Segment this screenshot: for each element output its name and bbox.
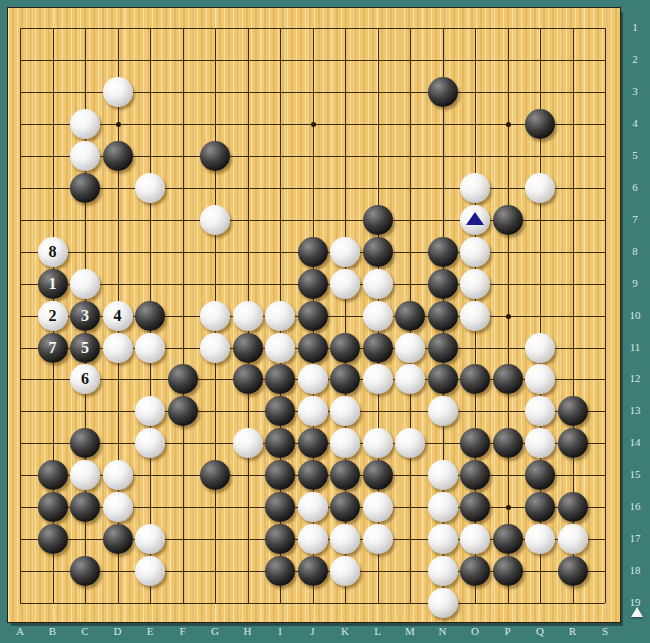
column-label: S <box>597 625 613 637</box>
white-stone[interactable] <box>135 173 165 203</box>
black-stone[interactable] <box>428 269 458 299</box>
row-label: 17 <box>624 532 646 544</box>
row-label: 11 <box>624 341 646 353</box>
black-stone[interactable] <box>298 428 328 458</box>
white-stone[interactable] <box>135 524 165 554</box>
black-stone[interactable] <box>558 396 588 426</box>
black-stone[interactable] <box>460 364 490 394</box>
white-stone[interactable] <box>525 173 555 203</box>
black-stone[interactable] <box>70 556 100 586</box>
white-stone[interactable] <box>298 364 328 394</box>
white-stone[interactable] <box>330 556 360 586</box>
black-stone[interactable] <box>330 460 360 490</box>
move-number-label: 6 <box>70 364 100 394</box>
row-label: 16 <box>624 500 646 512</box>
white-stone[interactable] <box>103 460 133 490</box>
column-label: G <box>207 625 223 637</box>
white-stone[interactable] <box>363 364 393 394</box>
black-stone[interactable] <box>265 428 295 458</box>
white-stone[interactable] <box>460 524 490 554</box>
black-stone[interactable] <box>460 460 490 490</box>
white-stone[interactable] <box>395 333 425 363</box>
move-number-label: 3 <box>70 301 100 331</box>
white-stone[interactable] <box>103 333 133 363</box>
column-label: R <box>565 625 581 637</box>
white-stone[interactable] <box>460 269 490 299</box>
white-stone[interactable]: 8 <box>38 237 68 267</box>
black-stone[interactable] <box>493 364 523 394</box>
white-stone[interactable] <box>298 492 328 522</box>
white-stone[interactable] <box>135 428 165 458</box>
black-stone[interactable] <box>200 460 230 490</box>
white-stone[interactable] <box>525 364 555 394</box>
black-stone[interactable] <box>265 364 295 394</box>
white-stone[interactable] <box>363 269 393 299</box>
black-stone[interactable] <box>168 364 198 394</box>
white-stone[interactable] <box>135 396 165 426</box>
move-number-label: 5 <box>70 333 100 363</box>
grid-line-vertical <box>605 28 606 603</box>
star-point <box>116 122 121 127</box>
black-stone[interactable] <box>265 556 295 586</box>
white-stone[interactable] <box>428 556 458 586</box>
white-stone[interactable]: 2 <box>38 301 68 331</box>
white-stone[interactable] <box>200 301 230 331</box>
column-label: C <box>77 625 93 637</box>
black-stone[interactable] <box>330 364 360 394</box>
black-stone[interactable] <box>298 556 328 586</box>
black-stone[interactable] <box>428 301 458 331</box>
black-stone[interactable] <box>168 396 198 426</box>
black-stone[interactable] <box>558 428 588 458</box>
white-stone[interactable] <box>298 396 328 426</box>
black-stone[interactable]: 5 <box>70 333 100 363</box>
black-stone[interactable] <box>460 492 490 522</box>
black-stone[interactable] <box>363 205 393 235</box>
white-stone[interactable] <box>135 333 165 363</box>
row-label: 14 <box>624 436 646 448</box>
white-stone[interactable] <box>200 333 230 363</box>
column-label: O <box>467 625 483 637</box>
black-stone[interactable] <box>525 492 555 522</box>
white-stone[interactable] <box>428 492 458 522</box>
row-label: 5 <box>624 149 646 161</box>
row-label: 6 <box>624 181 646 193</box>
move-number-label: 4 <box>103 301 133 331</box>
white-stone[interactable] <box>363 301 393 331</box>
white-stone[interactable] <box>525 524 555 554</box>
white-stone[interactable] <box>330 269 360 299</box>
column-label: K <box>337 625 353 637</box>
move-number-label: 2 <box>38 301 68 331</box>
white-stone[interactable] <box>70 460 100 490</box>
black-stone[interactable] <box>70 428 100 458</box>
go-viewer: 81234756 ABCDEFGHIJKLMNOPQRS 12345678910… <box>0 0 650 643</box>
mouse-cursor <box>631 607 643 617</box>
black-stone[interactable] <box>558 556 588 586</box>
black-stone[interactable] <box>428 77 458 107</box>
black-stone[interactable] <box>298 269 328 299</box>
white-stone[interactable] <box>70 141 100 171</box>
black-stone[interactable] <box>200 141 230 171</box>
white-stone[interactable] <box>70 269 100 299</box>
row-label: 8 <box>624 245 646 257</box>
white-stone[interactable] <box>558 524 588 554</box>
white-stone[interactable] <box>395 428 425 458</box>
column-label: N <box>435 625 451 637</box>
row-label: 1 <box>624 21 646 33</box>
black-stone[interactable] <box>233 333 263 363</box>
white-stone[interactable] <box>330 428 360 458</box>
white-stone[interactable] <box>135 556 165 586</box>
black-stone[interactable] <box>103 141 133 171</box>
column-label: P <box>500 625 516 637</box>
column-label: B <box>45 625 61 637</box>
white-stone[interactable] <box>363 428 393 458</box>
white-stone[interactable] <box>428 524 458 554</box>
white-stone[interactable] <box>460 173 490 203</box>
black-stone[interactable] <box>298 237 328 267</box>
black-stone[interactable]: 1 <box>38 269 68 299</box>
white-stone[interactable] <box>460 301 490 331</box>
column-label: M <box>402 625 418 637</box>
triangle-marker-icon <box>466 212 484 225</box>
white-stone[interactable] <box>363 524 393 554</box>
black-stone[interactable] <box>395 301 425 331</box>
white-stone[interactable] <box>525 396 555 426</box>
black-stone[interactable] <box>525 109 555 139</box>
white-stone[interactable] <box>428 588 458 618</box>
black-stone[interactable] <box>135 301 165 331</box>
black-stone[interactable] <box>460 428 490 458</box>
black-stone[interactable] <box>298 460 328 490</box>
white-stone[interactable]: 4 <box>103 301 133 331</box>
star-point <box>311 122 316 127</box>
white-stone[interactable] <box>70 109 100 139</box>
white-stone[interactable] <box>330 524 360 554</box>
black-stone[interactable] <box>70 492 100 522</box>
white-stone[interactable] <box>525 333 555 363</box>
row-label: 9 <box>624 277 646 289</box>
move-number-label: 7 <box>38 333 68 363</box>
white-stone[interactable] <box>330 396 360 426</box>
row-label: 3 <box>624 85 646 97</box>
black-stone[interactable] <box>233 364 263 394</box>
column-label: E <box>142 625 158 637</box>
white-stone[interactable] <box>460 237 490 267</box>
star-point <box>506 122 511 127</box>
black-stone[interactable] <box>330 333 360 363</box>
row-label: 15 <box>624 468 646 480</box>
black-stone[interactable] <box>265 492 295 522</box>
black-stone[interactable] <box>493 524 523 554</box>
row-label: 18 <box>624 564 646 576</box>
white-stone[interactable] <box>233 428 263 458</box>
black-stone[interactable] <box>38 460 68 490</box>
grid-line-horizontal <box>20 603 605 604</box>
star-point <box>506 314 511 319</box>
black-stone[interactable] <box>363 333 393 363</box>
row-label: 10 <box>624 309 646 321</box>
black-stone[interactable] <box>493 205 523 235</box>
black-stone[interactable] <box>298 301 328 331</box>
white-stone[interactable] <box>428 460 458 490</box>
black-stone[interactable] <box>460 556 490 586</box>
black-stone[interactable] <box>428 364 458 394</box>
black-stone[interactable] <box>70 173 100 203</box>
white-stone[interactable] <box>363 492 393 522</box>
row-label: 12 <box>624 372 646 384</box>
column-label: Q <box>532 625 548 637</box>
column-label: I <box>272 625 288 637</box>
black-stone[interactable] <box>493 428 523 458</box>
black-stone[interactable] <box>363 460 393 490</box>
black-stone[interactable] <box>330 492 360 522</box>
black-stone[interactable] <box>525 460 555 490</box>
white-stone[interactable] <box>103 77 133 107</box>
black-stone[interactable] <box>558 492 588 522</box>
black-stone[interactable] <box>265 524 295 554</box>
black-stone[interactable]: 3 <box>70 301 100 331</box>
black-stone[interactable] <box>38 524 68 554</box>
white-stone[interactable] <box>233 301 263 331</box>
white-stone[interactable] <box>428 396 458 426</box>
column-label: F <box>175 625 191 637</box>
star-point <box>506 505 511 510</box>
row-label: 4 <box>624 117 646 129</box>
white-stone[interactable] <box>395 364 425 394</box>
black-stone[interactable] <box>265 460 295 490</box>
white-stone[interactable] <box>525 428 555 458</box>
white-stone[interactable] <box>265 333 295 363</box>
white-stone[interactable] <box>265 301 295 331</box>
row-label: 2 <box>624 53 646 65</box>
row-label: 7 <box>624 213 646 225</box>
move-number-label: 1 <box>38 269 68 299</box>
black-stone[interactable] <box>103 524 133 554</box>
white-stone[interactable] <box>298 524 328 554</box>
black-stone[interactable] <box>38 492 68 522</box>
goban[interactable]: 81234756 <box>8 8 620 622</box>
black-stone[interactable] <box>428 237 458 267</box>
column-label: J <box>305 625 321 637</box>
black-stone[interactable] <box>428 333 458 363</box>
column-label: D <box>110 625 126 637</box>
black-stone[interactable] <box>265 396 295 426</box>
white-stone[interactable] <box>103 492 133 522</box>
column-label: L <box>370 625 386 637</box>
black-stone[interactable] <box>298 333 328 363</box>
white-stone[interactable]: 6 <box>70 364 100 394</box>
black-stone[interactable] <box>493 556 523 586</box>
column-label: A <box>12 625 28 637</box>
white-stone[interactable] <box>330 237 360 267</box>
black-stone[interactable]: 7 <box>38 333 68 363</box>
black-stone[interactable] <box>363 237 393 267</box>
white-stone[interactable] <box>460 205 490 235</box>
column-label: H <box>240 625 256 637</box>
row-label: 13 <box>624 404 646 416</box>
white-stone[interactable] <box>200 205 230 235</box>
move-number-label: 8 <box>38 237 68 267</box>
